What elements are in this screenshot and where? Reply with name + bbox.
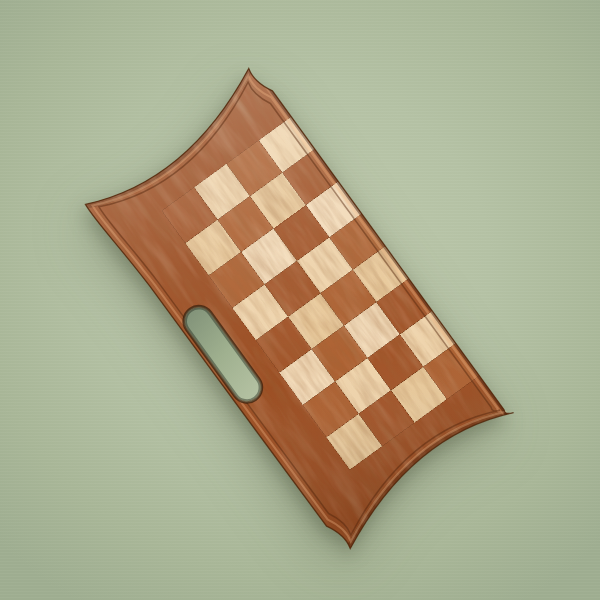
scene-background (0, 0, 600, 600)
chessboard-photo (0, 0, 600, 600)
gloss-sheen (73, 57, 526, 559)
chess-board-half (73, 57, 526, 559)
